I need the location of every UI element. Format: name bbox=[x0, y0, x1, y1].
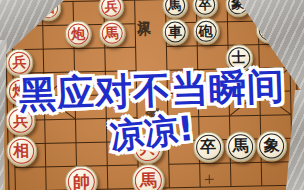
piece-black-cannon[interactable]: 砲 bbox=[192, 18, 220, 46]
piece-red-king[interactable]: 帥 bbox=[64, 165, 98, 190]
piece-red-soldier[interactable]: 兵 bbox=[98, 0, 125, 20]
board-point-marking bbox=[204, 175, 213, 184]
video-thumbnail: 汉界 楚河 相兵炮馬兵炮兵相兵帥馬仕車馬卒象車砲將士卒馬象卒卒 黑应对不当瞬间 … bbox=[0, 0, 304, 190]
piece-character: 馬 bbox=[164, 0, 184, 16]
piece-character: 馬 bbox=[135, 167, 163, 190]
piece-black-soldier[interactable]: 卒 bbox=[192, 0, 219, 18]
piece-red-cannon[interactable]: 炮 bbox=[64, 20, 92, 48]
piece-black-horse[interactable]: 馬 bbox=[161, 0, 188, 19]
piece-red-horse[interactable]: 馬 bbox=[131, 164, 165, 190]
piece-character: 馬 bbox=[101, 23, 122, 44]
piece-character: 炮 bbox=[68, 23, 89, 44]
piece-character: 車 bbox=[164, 21, 185, 42]
piece-character: 帥 bbox=[68, 168, 96, 190]
piece-character: 砲 bbox=[195, 21, 216, 42]
piece-character: 卒 bbox=[195, 0, 215, 15]
piece-character: 兵 bbox=[101, 0, 121, 17]
piece-red-horse[interactable]: 馬 bbox=[98, 20, 126, 48]
piece-black-chariot[interactable]: 車 bbox=[161, 18, 189, 46]
